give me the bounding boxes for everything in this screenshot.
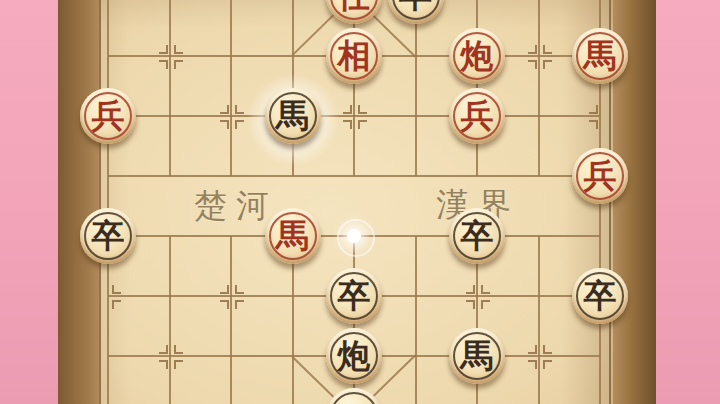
grid-file-line	[353, 0, 355, 176]
grid-file-line	[169, 0, 171, 176]
piece-red-相-file5-rank3[interactable]: 相	[326, 28, 382, 84]
point-marker-bracket	[220, 120, 229, 129]
grid-file-line	[169, 236, 171, 404]
point-marker-bracket	[159, 45, 168, 54]
point-marker-bracket	[543, 60, 552, 69]
piece-black-馬-file7-rank8[interactable]: 馬	[449, 328, 505, 384]
point-marker-bracket	[235, 105, 244, 114]
grid-file-line	[107, 0, 109, 404]
point-marker-bracket	[358, 120, 367, 129]
piece-red-馬-file4-rank6[interactable]: 馬	[265, 208, 321, 264]
piece-glyph: 卒	[572, 268, 628, 324]
point-marker-bracket	[343, 105, 352, 114]
piece-glyph: 馬	[449, 328, 505, 384]
point-marker-bracket	[528, 45, 537, 54]
point-marker-bracket	[466, 300, 475, 309]
piece-red-炮-file7-rank3[interactable]: 炮	[449, 28, 505, 84]
point-marker-bracket	[220, 300, 229, 309]
piece-glyph: 炮	[449, 28, 505, 84]
point-marker-bracket	[358, 105, 367, 114]
point-marker-bracket	[159, 345, 168, 354]
point-marker-bracket	[220, 105, 229, 114]
grid-file-line	[538, 0, 540, 176]
piece-black-馬-file4-rank4[interactable]: 馬	[265, 88, 321, 144]
point-marker-bracket	[159, 60, 168, 69]
piece-black-卒-file1-rank6[interactable]: 卒	[80, 208, 136, 264]
board-outer-frame-left	[99, 0, 101, 404]
grid-file-line	[230, 236, 232, 404]
piece-red-兵-file1-rank4[interactable]: 兵	[80, 88, 136, 144]
grid-file-line	[230, 0, 232, 176]
point-marker-bracket	[528, 60, 537, 69]
piece-black-卒-file9-rank7[interactable]: 卒	[572, 268, 628, 324]
grid-rank-line	[108, 115, 600, 117]
piece-glyph: 兵	[80, 88, 136, 144]
point-marker-bracket	[159, 360, 168, 369]
point-marker-bracket	[220, 285, 229, 294]
piece-glyph: 卒	[326, 268, 382, 324]
grid-file-line	[415, 0, 417, 176]
point-marker-bracket	[343, 120, 352, 129]
piece-glyph: 兵	[572, 148, 628, 204]
piece-glyph: 卒	[449, 208, 505, 264]
grid-rank-line	[108, 175, 600, 177]
point-marker-bracket	[235, 300, 244, 309]
grid-file-line	[415, 236, 417, 404]
point-marker-bracket	[235, 285, 244, 294]
point-marker-bracket	[589, 105, 598, 114]
piece-glyph: 馬	[265, 208, 321, 264]
piece-black-卒-file7-rank6[interactable]: 卒	[449, 208, 505, 264]
piece-glyph: 仕	[326, 0, 382, 24]
point-marker-bracket	[466, 285, 475, 294]
piece-black-卒-file5-rank7[interactable]: 卒	[326, 268, 382, 324]
point-marker-bracket	[543, 345, 552, 354]
piece-red-仕-file5-rank2[interactable]: 仕	[326, 0, 382, 24]
point-marker-bracket	[174, 45, 183, 54]
point-marker-bracket	[174, 345, 183, 354]
grid-file-line	[538, 236, 540, 404]
point-marker-bracket	[543, 45, 552, 54]
piece-glyph: 馬	[572, 28, 628, 84]
piece-red-馬-file9-rank3[interactable]: 馬	[572, 28, 628, 84]
piece-glyph: 馬	[265, 88, 321, 144]
point-marker-bracket	[235, 120, 244, 129]
piece-glyph: 相	[326, 28, 382, 84]
move-hint-dot[interactable]	[337, 219, 375, 257]
point-marker-bracket	[543, 360, 552, 369]
piece-red-兵-file7-rank4[interactable]: 兵	[449, 88, 505, 144]
point-marker-bracket	[174, 60, 183, 69]
piece-glyph: 卒	[80, 208, 136, 264]
piece-black-炮-file5-rank8[interactable]: 炮	[326, 328, 382, 384]
point-marker-bracket	[174, 360, 183, 369]
point-marker-bracket	[589, 120, 598, 129]
piece-red-兵-file9-rank5[interactable]: 兵	[572, 148, 628, 204]
point-marker-bracket	[528, 345, 537, 354]
piece-glyph: 兵	[449, 88, 505, 144]
point-marker-bracket	[528, 360, 537, 369]
piece-glyph: 炮	[326, 328, 382, 384]
xiangqi-game-screen: 楚河 漢界 仕卒相炮馬兵馬兵兵卒馬卒卒卒炮馬	[0, 0, 720, 404]
point-marker-bracket	[112, 285, 121, 294]
piece-black-卒-file6-rank2[interactable]: 卒	[388, 0, 444, 24]
point-marker-bracket	[112, 300, 121, 309]
point-marker-bracket	[481, 285, 490, 294]
piece-glyph: 卒	[388, 0, 444, 24]
point-marker-bracket	[481, 300, 490, 309]
